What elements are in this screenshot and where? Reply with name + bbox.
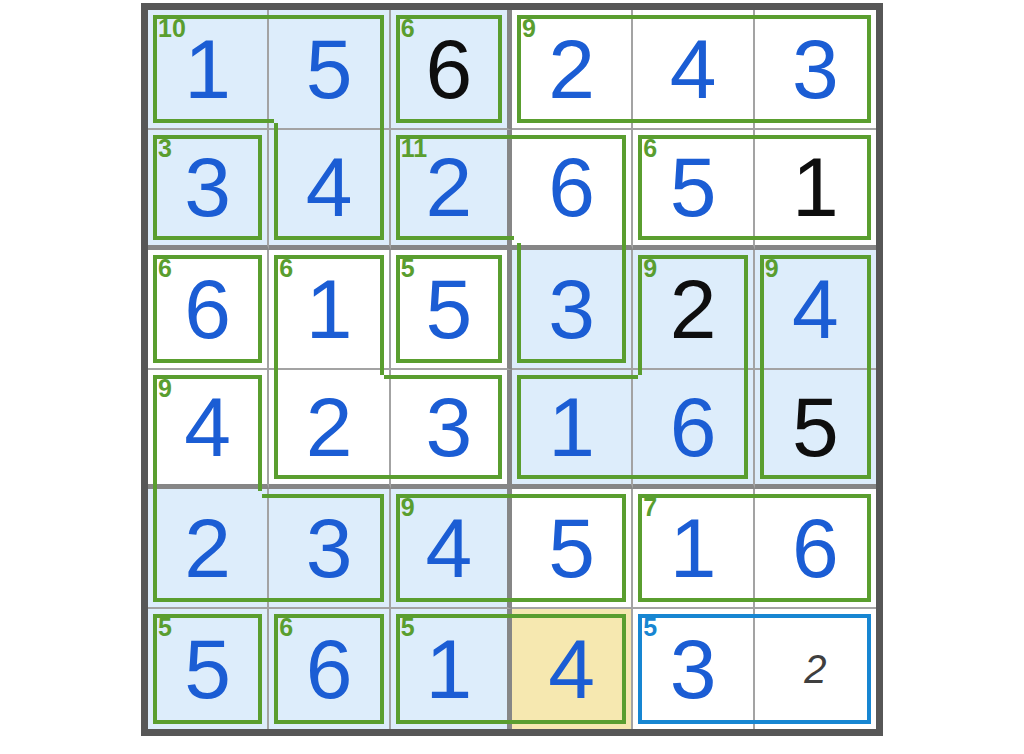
cell-value: 3 <box>548 267 595 351</box>
cell-r6c2[interactable]: 66 <box>269 609 390 729</box>
cell-value: 6 <box>670 385 717 469</box>
cell-value: 6 <box>548 145 595 229</box>
cell-r5c5[interactable]: 71 <box>633 489 754 609</box>
cell-r4c2[interactable]: 2 <box>269 370 390 490</box>
sudoku-board: 1015669243334112665166615539294942316523… <box>141 3 883 736</box>
cell-value: 6 <box>425 27 472 111</box>
cell-r2c4[interactable]: 6 <box>512 130 633 250</box>
cage-sum-label: 5 <box>158 615 172 640</box>
cell-value: 1 <box>792 145 839 229</box>
cell-r6c3[interactable]: 51 <box>391 609 512 729</box>
cell-r5c6[interactable]: 6 <box>755 489 876 609</box>
cell-r5c3[interactable]: 94 <box>391 489 512 609</box>
cage-sum-label: 6 <box>643 136 657 161</box>
pencil-mark: 2 <box>804 649 826 689</box>
cage-sum-label: 5 <box>401 615 415 640</box>
cell-r2c3[interactable]: 112 <box>391 130 512 250</box>
cage-sum-label: 9 <box>158 376 172 401</box>
cell-value: 4 <box>792 267 839 351</box>
cell-value: 3 <box>670 627 717 711</box>
cell-r6c1[interactable]: 55 <box>148 609 269 729</box>
cell-value: 1 <box>548 385 595 469</box>
cage-sum-label: 6 <box>401 16 415 41</box>
cage-sum-label: 11 <box>401 136 427 161</box>
cell-r2c5[interactable]: 65 <box>633 130 754 250</box>
cell-value: 2 <box>548 27 595 111</box>
cell-r5c1[interactable]: 2 <box>148 489 269 609</box>
cage-sum-label: 5 <box>643 615 657 640</box>
cell-value: 6 <box>792 506 839 590</box>
cell-value: 4 <box>670 27 717 111</box>
cell-r6c4[interactable]: 4 <box>512 609 633 729</box>
cell-r6c5[interactable]: 53 <box>633 609 754 729</box>
cell-r1c3[interactable]: 66 <box>391 10 512 130</box>
cell-r2c2[interactable]: 4 <box>269 130 390 250</box>
cell-value: 4 <box>425 506 472 590</box>
cell-r2c1[interactable]: 33 <box>148 130 269 250</box>
cell-value: 6 <box>184 267 231 351</box>
cell-value: 4 <box>184 385 231 469</box>
cell-r3c6[interactable]: 94 <box>755 250 876 370</box>
cage-sum-label: 6 <box>158 256 172 281</box>
cell-r5c4[interactable]: 5 <box>512 489 633 609</box>
cell-value: 5 <box>670 145 717 229</box>
cage-sum-label: 7 <box>643 495 657 520</box>
cell-value: 2 <box>670 267 717 351</box>
cell-r5c2[interactable]: 3 <box>269 489 390 609</box>
cell-value: 3 <box>184 145 231 229</box>
cage-sum-label: 9 <box>522 16 536 41</box>
cell-r4c1[interactable]: 94 <box>148 370 269 490</box>
cell-value: 2 <box>306 385 353 469</box>
cell-value: 1 <box>306 267 353 351</box>
cell-value: 1 <box>425 627 472 711</box>
cage-sum-label: 3 <box>158 136 172 161</box>
cell-value: 5 <box>792 385 839 469</box>
cell-value: 6 <box>306 627 353 711</box>
cell-value: 5 <box>548 506 595 590</box>
cell-r3c5[interactable]: 92 <box>633 250 754 370</box>
cell-value: 3 <box>792 27 839 111</box>
cell-value: 5 <box>306 27 353 111</box>
cell-r3c1[interactable]: 66 <box>148 250 269 370</box>
cell-r1c5[interactable]: 4 <box>633 10 754 130</box>
cell-value: 3 <box>306 506 353 590</box>
cage-sum-label: 5 <box>401 256 415 281</box>
cell-r3c3[interactable]: 55 <box>391 250 512 370</box>
cell-r4c5[interactable]: 6 <box>633 370 754 490</box>
cell-r1c2[interactable]: 5 <box>269 10 390 130</box>
cell-r1c6[interactable]: 3 <box>755 10 876 130</box>
cell-value: 5 <box>425 267 472 351</box>
cell-r4c4[interactable]: 1 <box>512 370 633 490</box>
cage-sum-label: 6 <box>279 615 293 640</box>
cell-value: 1 <box>184 27 231 111</box>
cell-r4c6[interactable]: 5 <box>755 370 876 490</box>
cell-value: 2 <box>184 506 231 590</box>
cage-sum-label: 9 <box>765 256 779 281</box>
cell-value: 3 <box>425 385 472 469</box>
cell-value: 4 <box>548 627 595 711</box>
cell-r4c3[interactable]: 3 <box>391 370 512 490</box>
cell-value: 2 <box>425 145 472 229</box>
cell-r1c1[interactable]: 101 <box>148 10 269 130</box>
cage-sum-label: 9 <box>401 495 415 520</box>
cell-r1c4[interactable]: 92 <box>512 10 633 130</box>
cage-sum-label: 9 <box>643 256 657 281</box>
cell-value: 5 <box>184 627 231 711</box>
cell-value: 4 <box>306 145 353 229</box>
cell-r2c6[interactable]: 1 <box>755 130 876 250</box>
cage-sum-label: 6 <box>279 256 293 281</box>
cage-sum-label: 10 <box>158 16 186 41</box>
cell-r3c2[interactable]: 61 <box>269 250 390 370</box>
cell-value: 1 <box>670 506 717 590</box>
cell-r6c6[interactable]: 2 <box>755 609 876 729</box>
cell-r3c4[interactable]: 3 <box>512 250 633 370</box>
